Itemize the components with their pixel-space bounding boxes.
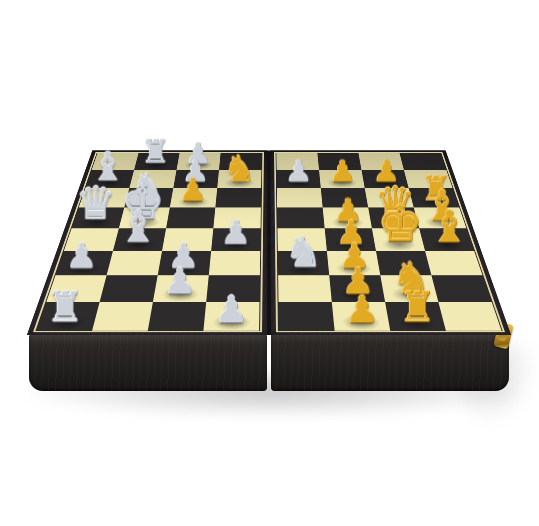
chess-set-photo: ♜♟♝♟♞♟♟♟♞♟♜♛♚♟♛♝♝♟♟♚♝♟♟♞♟♟♟♞♜♟♟♜: [0, 0, 539, 526]
chess-board-plane: ♜♟♝♟♞♟♟♟♞♟♜♛♚♟♛♝♝♟♟♚♝♟♟♞♟♟♟♞♜♟♟♜: [27, 151, 511, 335]
board-scene: ♜♟♝♟♞♟♟♟♞♟♜♛♚♟♛♝♝♟♟♚♝♟♟♞♟♟♟♞♜♟♟♜: [0, 0, 539, 526]
